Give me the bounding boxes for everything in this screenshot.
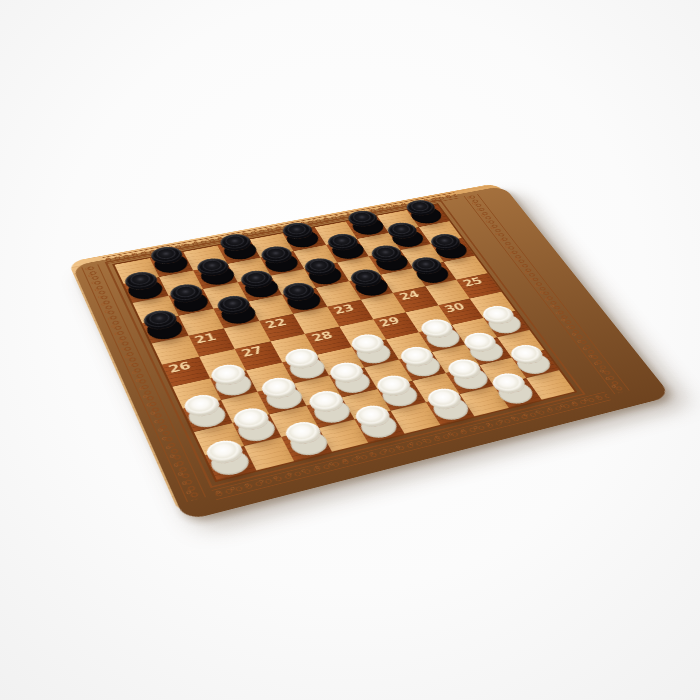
square-number: 29 — [378, 316, 402, 328]
square-number: 21 — [193, 333, 217, 346]
square-number: 28 — [310, 331, 334, 344]
square-number: 26 — [167, 361, 192, 375]
square-number: 24 — [398, 290, 421, 302]
photo-background: 1234567891011121314151617181920212223242… — [0, 0, 700, 700]
square-number: 23 — [332, 304, 356, 316]
square-number: 25 — [461, 277, 484, 288]
square-number: 30 — [443, 302, 466, 314]
square-number: 27 — [240, 346, 265, 359]
checkers-board: 1234567891011121314151617181920212223242… — [68, 183, 663, 515]
square-number: 22 — [264, 318, 288, 331]
